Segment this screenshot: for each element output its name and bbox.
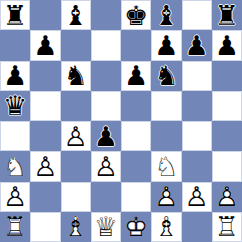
square-h4[interactable] xyxy=(212,121,242,151)
black-king-glyph: ♚ xyxy=(121,0,151,30)
square-g4[interactable] xyxy=(182,121,212,151)
white-pawn[interactable]: ♟♙ xyxy=(182,182,212,212)
square-f3[interactable]: ♞♘ xyxy=(151,151,181,181)
black-pawn-glyph: ♟ xyxy=(0,61,30,91)
black-pawn[interactable]: ♟ xyxy=(91,121,121,151)
black-knight-glyph: ♞ xyxy=(61,61,91,91)
white-pawn-outline: ♙ xyxy=(212,182,242,212)
white-rook[interactable]: ♜♖ xyxy=(0,212,30,242)
square-b8[interactable] xyxy=(30,0,60,30)
white-pawn-outline: ♙ xyxy=(30,151,60,181)
square-a5[interactable]: ♛ xyxy=(0,91,30,121)
black-queen-glyph: ♛ xyxy=(0,91,30,121)
black-knight[interactable]: ♞ xyxy=(61,61,91,91)
square-e2[interactable] xyxy=(121,182,151,212)
black-pawn[interactable]: ♟ xyxy=(30,30,60,60)
black-bishop[interactable]: ♝ xyxy=(61,0,91,30)
square-f8[interactable]: ♝ xyxy=(151,0,181,30)
black-rook[interactable]: ♜ xyxy=(0,0,30,30)
black-pawn-glyph: ♟ xyxy=(151,30,181,60)
square-d2[interactable] xyxy=(91,182,121,212)
square-g5[interactable] xyxy=(182,91,212,121)
white-queen-outline: ♕ xyxy=(91,212,121,242)
square-f6[interactable]: ♞ xyxy=(151,61,181,91)
square-c6[interactable]: ♞ xyxy=(61,61,91,91)
square-g1[interactable] xyxy=(182,212,212,242)
square-b6[interactable] xyxy=(30,61,60,91)
white-knight-outline: ♘ xyxy=(151,151,181,181)
square-b5[interactable] xyxy=(30,91,60,121)
white-queen[interactable]: ♛♕ xyxy=(91,212,121,242)
black-pawn-glyph: ♟ xyxy=(30,30,60,60)
black-pawn[interactable]: ♟ xyxy=(151,30,181,60)
square-e8[interactable]: ♚ xyxy=(121,0,151,30)
white-pawn[interactable]: ♟♙ xyxy=(61,121,91,151)
black-rook-glyph: ♜ xyxy=(212,0,242,30)
white-pawn[interactable]: ♟♙ xyxy=(151,182,181,212)
black-pawn[interactable]: ♟ xyxy=(182,30,212,60)
square-d5[interactable] xyxy=(91,91,121,121)
square-f4[interactable] xyxy=(151,121,181,151)
black-pawn[interactable]: ♟ xyxy=(0,61,30,91)
white-pawn-outline: ♙ xyxy=(151,182,181,212)
white-pawn[interactable]: ♟♙ xyxy=(212,182,242,212)
square-e3[interactable] xyxy=(121,151,151,181)
black-king[interactable]: ♚ xyxy=(121,0,151,30)
square-a7[interactable] xyxy=(0,30,30,60)
white-bishop[interactable]: ♝♗ xyxy=(61,212,91,242)
black-bishop-glyph: ♝ xyxy=(61,0,91,30)
square-d7[interactable] xyxy=(91,30,121,60)
black-pawn-glyph: ♟ xyxy=(121,61,151,91)
square-b4[interactable] xyxy=(30,121,60,151)
black-bishop-glyph: ♝ xyxy=(151,0,181,30)
square-c2[interactable] xyxy=(61,182,91,212)
square-h2[interactable]: ♟♙ xyxy=(212,182,242,212)
white-pawn-outline: ♙ xyxy=(61,121,91,151)
white-rook-outline: ♖ xyxy=(0,212,30,242)
black-pawn[interactable]: ♟ xyxy=(212,30,242,60)
white-pawn[interactable]: ♟♙ xyxy=(30,151,60,181)
square-g8[interactable] xyxy=(182,0,212,30)
square-e7[interactable] xyxy=(121,30,151,60)
white-bishop[interactable]: ♝♗ xyxy=(151,212,181,242)
white-knight-outline: ♘ xyxy=(0,151,30,181)
square-d3[interactable]: ♟♙ xyxy=(91,151,121,181)
black-pawn-glyph: ♟ xyxy=(182,30,212,60)
square-b2[interactable] xyxy=(30,182,60,212)
square-g2[interactable]: ♟♙ xyxy=(182,182,212,212)
square-g6[interactable] xyxy=(182,61,212,91)
black-knight[interactable]: ♞ xyxy=(151,61,181,91)
square-h3[interactable] xyxy=(212,151,242,181)
square-f7[interactable]: ♟ xyxy=(151,30,181,60)
square-g3[interactable] xyxy=(182,151,212,181)
square-d8[interactable] xyxy=(91,0,121,30)
white-pawn-outline: ♙ xyxy=(91,151,121,181)
white-king[interactable]: ♚♔ xyxy=(121,212,151,242)
square-e6[interactable]: ♟ xyxy=(121,61,151,91)
white-pawn[interactable]: ♟♙ xyxy=(91,151,121,181)
black-rook-glyph: ♜ xyxy=(0,0,30,30)
square-h7[interactable]: ♟ xyxy=(212,30,242,60)
square-c4[interactable]: ♟♙ xyxy=(61,121,91,151)
square-a1[interactable]: ♜♖ xyxy=(0,212,30,242)
square-d6[interactable] xyxy=(91,61,121,91)
black-pawn[interactable]: ♟ xyxy=(121,61,151,91)
square-f1[interactable]: ♝♗ xyxy=(151,212,181,242)
black-pawn-glyph: ♟ xyxy=(91,121,121,151)
square-e4[interactable] xyxy=(121,121,151,151)
square-a4[interactable] xyxy=(0,121,30,151)
square-c5[interactable] xyxy=(61,91,91,121)
white-pawn[interactable]: ♟♙ xyxy=(0,182,30,212)
square-h6[interactable] xyxy=(212,61,242,91)
black-queen[interactable]: ♛ xyxy=(0,91,30,121)
square-e5[interactable] xyxy=(121,91,151,121)
square-h1[interactable]: ♜♖ xyxy=(212,212,242,242)
square-h8[interactable]: ♜ xyxy=(212,0,242,30)
white-bishop-outline: ♗ xyxy=(151,212,181,242)
black-bishop[interactable]: ♝ xyxy=(151,0,181,30)
square-f5[interactable] xyxy=(151,91,181,121)
black-knight-glyph: ♞ xyxy=(151,61,181,91)
black-rook[interactable]: ♜ xyxy=(212,0,242,30)
square-e1[interactable]: ♚♔ xyxy=(121,212,151,242)
square-b1[interactable] xyxy=(30,212,60,242)
square-b7[interactable]: ♟ xyxy=(30,30,60,60)
square-b3[interactable]: ♟♙ xyxy=(30,151,60,181)
square-c1[interactable]: ♝♗ xyxy=(61,212,91,242)
square-d1[interactable]: ♛♕ xyxy=(91,212,121,242)
white-knight[interactable]: ♞♘ xyxy=(0,151,30,181)
chess-board: ♜♝♚♝♜♟♟♟♟♟♞♟♞♛♟♙♟♞♘♟♙♟♙♞♘♟♙♟♙♟♙♟♙♜♖♝♗♛♕♚… xyxy=(0,0,242,242)
square-a2[interactable]: ♟♙ xyxy=(0,182,30,212)
square-c3[interactable] xyxy=(61,151,91,181)
white-rook[interactable]: ♜♖ xyxy=(212,212,242,242)
white-pawn-outline: ♙ xyxy=(0,182,30,212)
square-d4[interactable]: ♟ xyxy=(91,121,121,151)
square-a8[interactable]: ♜ xyxy=(0,0,30,30)
square-c7[interactable] xyxy=(61,30,91,60)
black-pawn-glyph: ♟ xyxy=(212,30,242,60)
square-f2[interactable]: ♟♙ xyxy=(151,182,181,212)
square-a3[interactable]: ♞♘ xyxy=(0,151,30,181)
white-knight[interactable]: ♞♘ xyxy=(151,151,181,181)
white-bishop-outline: ♗ xyxy=(61,212,91,242)
square-h5[interactable] xyxy=(212,91,242,121)
white-pawn-outline: ♙ xyxy=(182,182,212,212)
square-c8[interactable]: ♝ xyxy=(61,0,91,30)
square-a6[interactable]: ♟ xyxy=(0,61,30,91)
square-g7[interactable]: ♟ xyxy=(182,30,212,60)
white-king-outline: ♔ xyxy=(121,212,151,242)
white-rook-outline: ♖ xyxy=(212,212,242,242)
